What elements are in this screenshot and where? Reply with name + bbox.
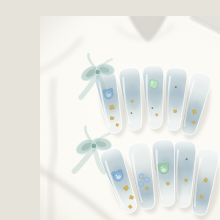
- nail-photo-scene: [40, 16, 220, 220]
- product-photo: [40, 16, 220, 220]
- bow-knot: [91, 143, 97, 149]
